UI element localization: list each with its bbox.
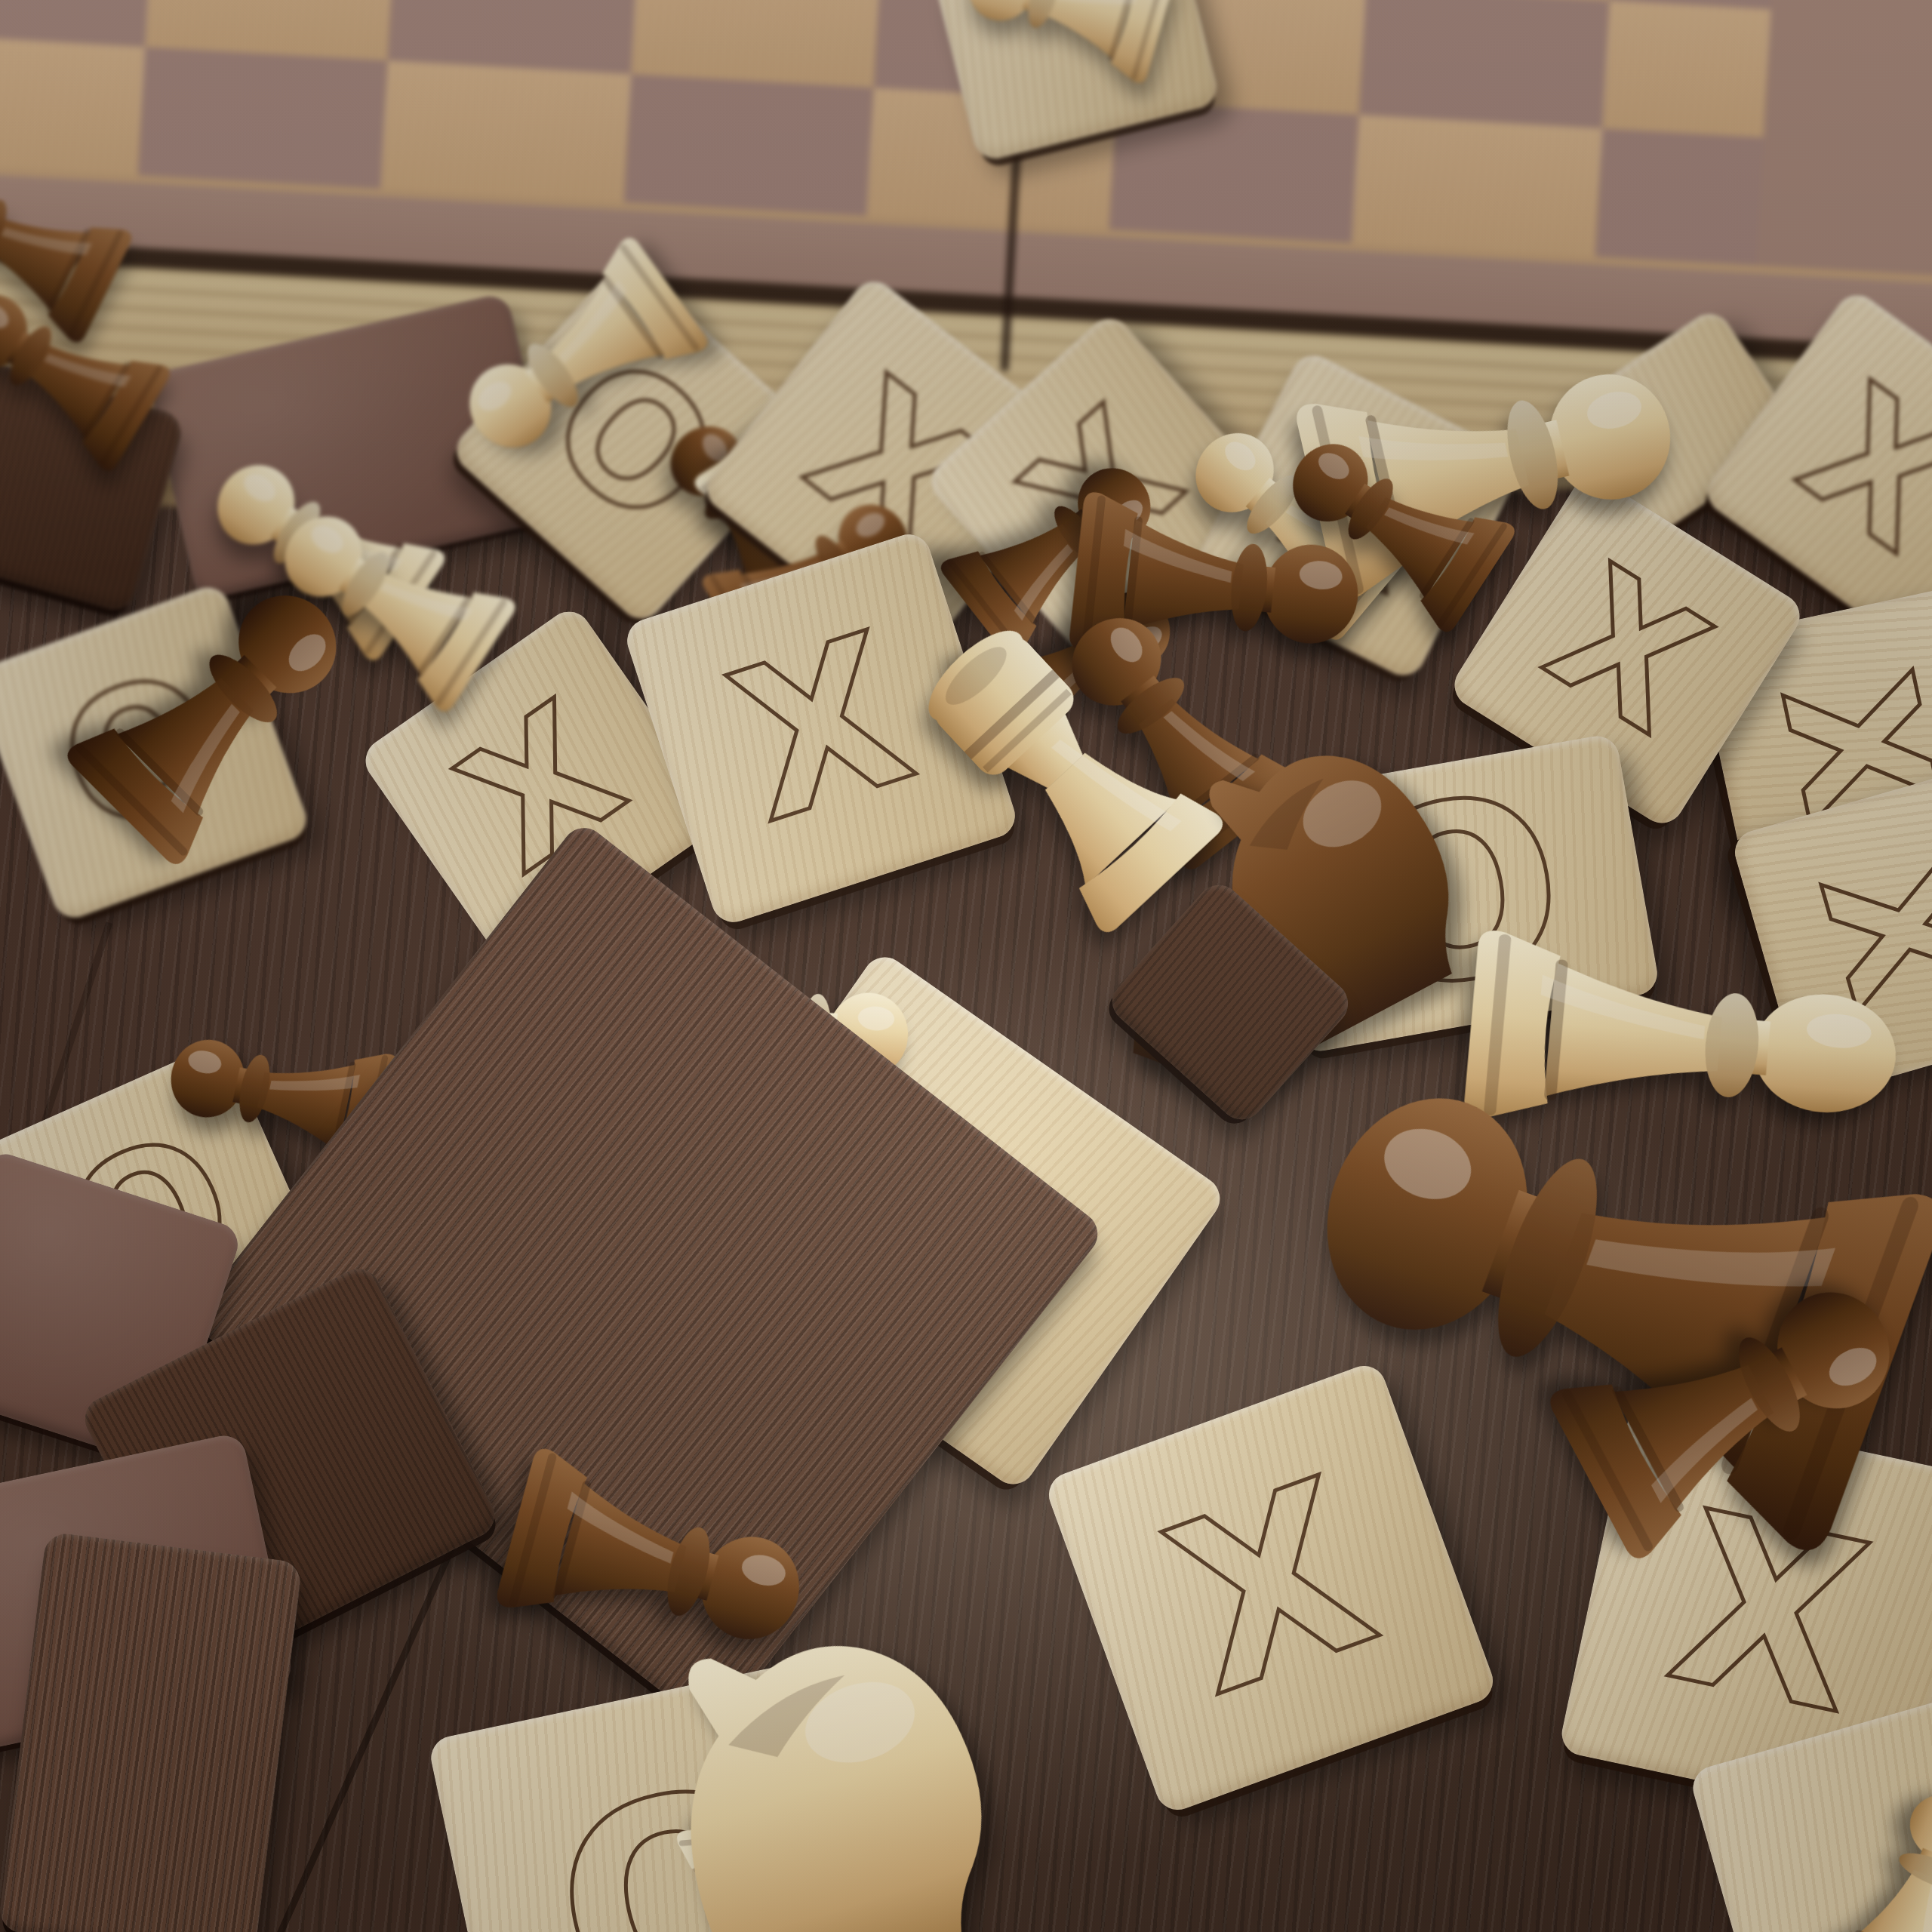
tile-facedown-dark bbox=[0, 1531, 303, 1932]
pieces-pile: OXXXXXXXXOOXOOXX bbox=[0, 0, 1932, 1932]
photo-scene: Wooden 3-in-1 game set — chess pawns and… bbox=[0, 0, 1932, 1932]
